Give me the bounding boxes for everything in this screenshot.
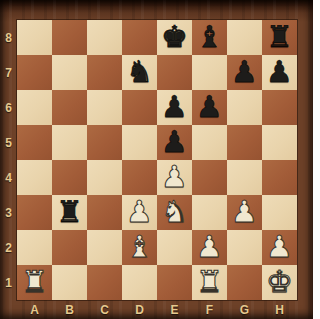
rank-label-4: 4 xyxy=(0,160,17,195)
square-c1[interactable] xyxy=(87,265,122,300)
square-e6[interactable]: ♟ xyxy=(157,90,192,125)
square-e5[interactable]: ♟ xyxy=(157,125,192,160)
square-e3[interactable]: ♞ xyxy=(157,195,192,230)
square-c8[interactable] xyxy=(87,20,122,55)
square-g3[interactable]: ♟ xyxy=(227,195,262,230)
square-g1[interactable] xyxy=(227,265,262,300)
square-f2[interactable]: ♟ xyxy=(192,230,227,265)
white-king[interactable]: ♚ xyxy=(266,264,293,299)
square-a8[interactable] xyxy=(17,20,52,55)
black-rook[interactable]: ♜ xyxy=(56,194,83,229)
white-pawn[interactable]: ♟ xyxy=(161,159,188,194)
square-f3[interactable] xyxy=(192,195,227,230)
square-d7[interactable]: ♞ xyxy=(122,55,157,90)
square-a3[interactable] xyxy=(17,195,52,230)
black-rook[interactable]: ♜ xyxy=(266,19,293,54)
square-e2[interactable] xyxy=(157,230,192,265)
square-d5[interactable] xyxy=(122,125,157,160)
file-label-a: A xyxy=(17,300,52,319)
black-pawn[interactable]: ♟ xyxy=(161,89,188,124)
rank-label-5: 5 xyxy=(0,125,17,160)
rank-label-8: 8 xyxy=(0,20,17,55)
file-label-e: E xyxy=(157,300,192,319)
black-knight[interactable]: ♞ xyxy=(126,54,153,89)
square-c7[interactable] xyxy=(87,55,122,90)
square-g6[interactable] xyxy=(227,90,262,125)
square-c5[interactable] xyxy=(87,125,122,160)
square-h5[interactable] xyxy=(262,125,297,160)
black-pawn[interactable]: ♟ xyxy=(266,54,293,89)
file-labels: ABCDEFGH xyxy=(17,300,297,319)
square-a6[interactable] xyxy=(17,90,52,125)
square-d2[interactable]: ♝ xyxy=(122,230,157,265)
black-pawn[interactable]: ♟ xyxy=(161,124,188,159)
rank-labels: 87654321 xyxy=(0,20,17,300)
square-d6[interactable] xyxy=(122,90,157,125)
file-label-h: H xyxy=(262,300,297,319)
square-f4[interactable] xyxy=(192,160,227,195)
square-a4[interactable] xyxy=(17,160,52,195)
square-e1[interactable] xyxy=(157,265,192,300)
square-g7[interactable]: ♟ xyxy=(227,55,262,90)
square-f1[interactable]: ♜ xyxy=(192,265,227,300)
square-h7[interactable]: ♟ xyxy=(262,55,297,90)
square-f7[interactable] xyxy=(192,55,227,90)
chess-board: ♚♝♜♞♟♟♟♟♟♟♜♟♞♟♝♟♟♜♜♚ xyxy=(17,20,297,300)
square-a7[interactable] xyxy=(17,55,52,90)
square-h1[interactable]: ♚ xyxy=(262,265,297,300)
square-c6[interactable] xyxy=(87,90,122,125)
square-h6[interactable] xyxy=(262,90,297,125)
file-label-g: G xyxy=(227,300,262,319)
file-label-c: C xyxy=(87,300,122,319)
square-h4[interactable] xyxy=(262,160,297,195)
square-h8[interactable]: ♜ xyxy=(262,20,297,55)
file-label-d: D xyxy=(122,300,157,319)
square-e4[interactable]: ♟ xyxy=(157,160,192,195)
square-b2[interactable] xyxy=(52,230,87,265)
white-pawn[interactable]: ♟ xyxy=(231,194,258,229)
rank-label-6: 6 xyxy=(0,90,17,125)
white-pawn[interactable]: ♟ xyxy=(126,194,153,229)
rank-label-1: 1 xyxy=(0,265,17,300)
square-a1[interactable]: ♜ xyxy=(17,265,52,300)
square-d3[interactable]: ♟ xyxy=(122,195,157,230)
square-d1[interactable] xyxy=(122,265,157,300)
square-d8[interactable] xyxy=(122,20,157,55)
square-f6[interactable]: ♟ xyxy=(192,90,227,125)
black-pawn[interactable]: ♟ xyxy=(196,89,223,124)
black-pawn[interactable]: ♟ xyxy=(231,54,258,89)
square-g5[interactable] xyxy=(227,125,262,160)
square-c3[interactable] xyxy=(87,195,122,230)
black-king[interactable]: ♚ xyxy=(161,19,188,54)
file-label-b: B xyxy=(52,300,87,319)
page-margin-strip xyxy=(313,0,320,319)
square-b7[interactable] xyxy=(52,55,87,90)
square-f5[interactable] xyxy=(192,125,227,160)
white-knight[interactable]: ♞ xyxy=(161,194,188,229)
square-f8[interactable]: ♝ xyxy=(192,20,227,55)
rank-label-7: 7 xyxy=(0,55,17,90)
square-d4[interactable] xyxy=(122,160,157,195)
square-g2[interactable] xyxy=(227,230,262,265)
square-e8[interactable]: ♚ xyxy=(157,20,192,55)
white-rook[interactable]: ♜ xyxy=(196,264,223,299)
square-e7[interactable] xyxy=(157,55,192,90)
square-c4[interactable] xyxy=(87,160,122,195)
square-b5[interactable] xyxy=(52,125,87,160)
square-a5[interactable] xyxy=(17,125,52,160)
square-b1[interactable] xyxy=(52,265,87,300)
square-h3[interactable] xyxy=(262,195,297,230)
white-bishop[interactable]: ♝ xyxy=(126,229,153,264)
black-bishop[interactable]: ♝ xyxy=(196,19,223,54)
white-rook[interactable]: ♜ xyxy=(21,264,48,299)
square-a2[interactable] xyxy=(17,230,52,265)
white-pawn[interactable]: ♟ xyxy=(196,229,223,264)
rank-label-3: 3 xyxy=(0,195,17,230)
square-b3[interactable]: ♜ xyxy=(52,195,87,230)
square-c2[interactable] xyxy=(87,230,122,265)
square-b8[interactable] xyxy=(52,20,87,55)
white-pawn[interactable]: ♟ xyxy=(266,229,293,264)
file-label-f: F xyxy=(192,300,227,319)
square-g8[interactable] xyxy=(227,20,262,55)
square-b4[interactable] xyxy=(52,160,87,195)
square-b6[interactable] xyxy=(52,90,87,125)
square-h2[interactable]: ♟ xyxy=(262,230,297,265)
chess-board-screenshot: 87654321 ♚♝♜♞♟♟♟♟♟♟♜♟♞♟♝♟♟♜♜♚ ABCDEFGH xyxy=(0,0,320,319)
square-g4[interactable] xyxy=(227,160,262,195)
rank-label-2: 2 xyxy=(0,230,17,265)
